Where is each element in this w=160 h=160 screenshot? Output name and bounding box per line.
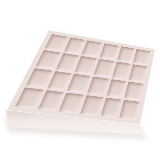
compartment — [120, 100, 140, 120]
compartment — [80, 95, 103, 116]
tray-top-face — [7, 30, 155, 124]
compartment — [100, 97, 122, 117]
compartment — [129, 64, 147, 81]
compartment — [100, 43, 119, 60]
compartment — [94, 59, 114, 77]
compartment — [112, 62, 131, 80]
compartment — [133, 49, 150, 65]
compartment — [125, 81, 144, 100]
product-photo — [0, 0, 160, 160]
compartment-grid — [7, 30, 155, 124]
compartment — [117, 46, 135, 63]
compartment — [87, 76, 109, 95]
compartment — [106, 79, 126, 98]
